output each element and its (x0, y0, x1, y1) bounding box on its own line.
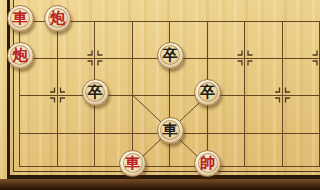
piece-glyph: 卒 (200, 84, 215, 99)
piece-glyph: 卒 (163, 47, 178, 62)
piece-black-soldier[interactable]: 卒 (82, 79, 109, 106)
piece-red-cannon[interactable]: 炮 (7, 42, 34, 69)
piece-glyph: 炮 (13, 47, 28, 62)
piece-black-soldier[interactable]: 卒 (157, 42, 184, 69)
piece-face: 炮 (10, 45, 30, 65)
piece-glyph: 車 (125, 155, 140, 170)
piece-glyph: 帥 (200, 155, 215, 170)
piece-red-general[interactable]: 帥 (194, 150, 221, 177)
piece-red-chariot[interactable]: 車 (119, 150, 146, 177)
piece-face: 車 (160, 120, 180, 140)
piece-black-soldier[interactable]: 卒 (194, 79, 221, 106)
piece-face: 卒 (198, 82, 218, 102)
pieces-layer: 車炮炮卒卒卒車車帥 (0, 0, 320, 190)
piece-face: 卒 (85, 82, 105, 102)
piece-glyph: 車 (163, 122, 178, 137)
piece-face: 炮 (48, 8, 68, 28)
piece-glyph: 炮 (50, 10, 65, 25)
piece-red-cannon[interactable]: 炮 (44, 5, 71, 32)
piece-glyph: 卒 (88, 84, 103, 99)
piece-face: 車 (123, 153, 143, 173)
piece-glyph: 車 (13, 10, 28, 25)
xiangqi-board: 車炮炮卒卒卒車車帥 (0, 0, 320, 190)
piece-red-chariot[interactable]: 車 (7, 5, 34, 32)
piece-face: 卒 (160, 45, 180, 65)
piece-face: 車 (10, 8, 30, 28)
piece-face: 帥 (198, 153, 218, 173)
piece-black-chariot[interactable]: 車 (157, 117, 184, 144)
